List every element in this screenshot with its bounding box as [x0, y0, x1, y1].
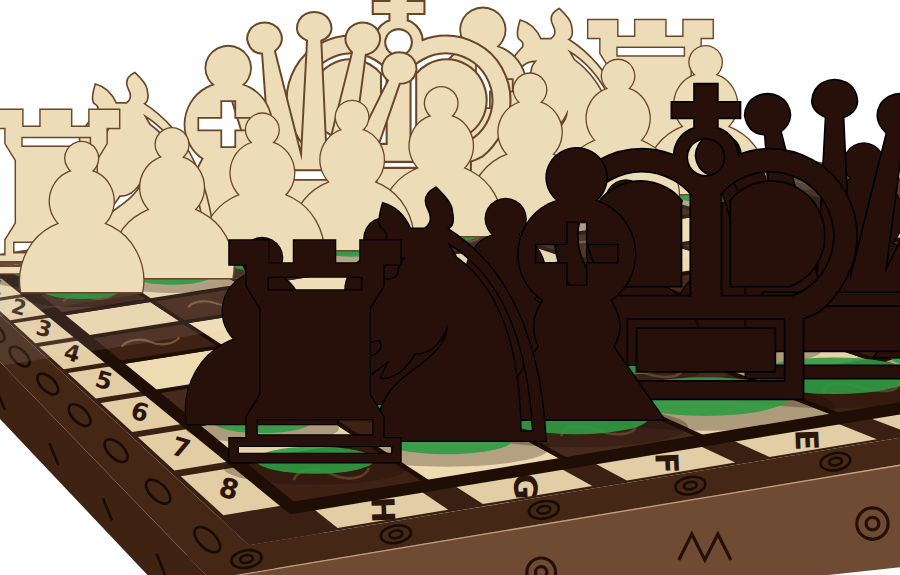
chess-set-product-photo: H G F E D C B A 8 7 6 5 4 3 2 1 ♜ ♞ ♟ ♝ … — [0, 0, 900, 575]
piece-black-rook-h8: ♜ — [179, 180, 451, 534]
board-scene: H G F E D C B A 8 7 6 5 4 3 2 1 ♜ ♞ ♟ ♝ … — [0, 0, 900, 575]
piece-glyph: ♜ — [179, 180, 451, 534]
